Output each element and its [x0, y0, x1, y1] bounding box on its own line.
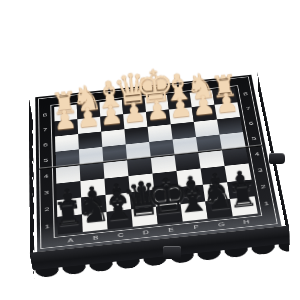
- rank-label-3: 3: [40, 184, 52, 202]
- board-gloss-reflection: [54, 88, 258, 235]
- board-face: ABCDEFGH ABCDEFGH 87654321 87654321 ♜♞♝♛…: [35, 75, 281, 252]
- right-clasp-tab: [269, 153, 285, 164]
- rank-label-4: 4: [40, 168, 52, 185]
- rank-label-2: 2: [41, 201, 54, 219]
- chess-board: ABCDEFGH ABCDEFGH 87654321 87654321 ♜♞♝♛…: [35, 75, 281, 252]
- case-left-scalloped-edge: [29, 96, 34, 274]
- rank-label-1: 1: [41, 218, 54, 237]
- front-latch-tab: [163, 246, 181, 259]
- product-photo: ABCDEFGH ABCDEFGH 87654321 87654321 ♜♞♝♛…: [0, 0, 300, 300]
- rank-label-8: 8: [39, 107, 51, 123]
- chess-set: ABCDEFGH ABCDEFGH 87654321 87654321 ♜♞♝♛…: [0, 0, 300, 300]
- rank-label-6: 6: [40, 137, 52, 154]
- rank-label-7: 7: [39, 122, 51, 138]
